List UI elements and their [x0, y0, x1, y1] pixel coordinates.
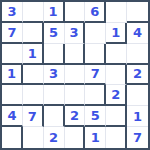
- cell-r3c1[interactable]: [2, 44, 23, 65]
- cell-r5c5[interactable]: [85, 85, 106, 106]
- cell-r5c6[interactable]: 2: [106, 85, 127, 106]
- given-digit: 2: [133, 67, 142, 80]
- given-digit: 5: [91, 109, 100, 122]
- given-digit: 1: [111, 26, 120, 39]
- cell-r3c2[interactable]: 1: [23, 44, 44, 65]
- cell-r3c7[interactable]: [127, 44, 148, 65]
- cell-r6c7[interactable]: 1: [127, 106, 148, 127]
- cell-r6c4[interactable]: 2: [65, 106, 86, 127]
- given-digit: 2: [49, 131, 58, 144]
- given-digit: 3: [7, 5, 16, 18]
- cell-r4c1[interactable]: 1: [2, 65, 23, 86]
- cell-r7c4[interactable]: [65, 127, 86, 148]
- given-digit: 3: [49, 67, 58, 80]
- cell-r7c1[interactable]: [2, 127, 23, 148]
- cell-r1c5[interactable]: 6: [85, 2, 106, 23]
- cell-r2c2[interactable]: [23, 23, 44, 44]
- given-digit: 6: [90, 5, 99, 18]
- given-digit: 7: [91, 67, 100, 80]
- cell-r7c3[interactable]: 2: [44, 127, 65, 148]
- given-digit: 3: [69, 26, 78, 39]
- cell-r6c6[interactable]: [106, 106, 127, 127]
- cell-r6c2[interactable]: 7: [23, 106, 44, 127]
- sudoku-board: 3167531411372247251217: [0, 0, 150, 150]
- cell-r2c1[interactable]: 7: [2, 23, 23, 44]
- cell-r2c6[interactable]: 1: [106, 23, 127, 44]
- cell-r2c3[interactable]: 5: [44, 23, 65, 44]
- cell-r1c3[interactable]: 1: [44, 2, 65, 23]
- cell-r2c4[interactable]: 3: [65, 23, 86, 44]
- cell-r5c7[interactable]: [127, 85, 148, 106]
- cell-r4c6[interactable]: [106, 65, 127, 86]
- cell-r1c2[interactable]: [23, 2, 44, 23]
- cell-r6c1[interactable]: 4: [2, 106, 23, 127]
- cell-r5c2[interactable]: [23, 85, 44, 106]
- cell-r5c3[interactable]: [44, 85, 65, 106]
- cell-r1c6[interactable]: [106, 2, 127, 23]
- cell-r4c4[interactable]: [65, 65, 86, 86]
- cell-r1c4[interactable]: [65, 2, 86, 23]
- given-digit: 2: [111, 88, 120, 101]
- cell-r3c3[interactable]: [44, 44, 65, 65]
- cell-r3c5[interactable]: [85, 44, 106, 65]
- cell-r1c1[interactable]: 3: [2, 2, 23, 23]
- given-digit: 1: [7, 67, 16, 80]
- given-digit: 1: [133, 110, 142, 123]
- given-digit: 1: [49, 5, 58, 18]
- cell-r7c5[interactable]: 1: [85, 127, 106, 148]
- given-digit: 7: [7, 26, 16, 39]
- given-digit: 1: [28, 47, 37, 60]
- given-digit: 4: [7, 109, 16, 122]
- cell-r4c3[interactable]: 3: [44, 65, 65, 86]
- given-digit: 7: [28, 110, 37, 123]
- given-digit: 2: [70, 109, 79, 122]
- cell-r7c7[interactable]: 7: [127, 127, 148, 148]
- cell-r4c7[interactable]: 2: [127, 65, 148, 86]
- cell-r7c6[interactable]: [106, 127, 127, 148]
- cell-r2c5[interactable]: [85, 23, 106, 44]
- given-digit: 1: [91, 131, 100, 144]
- cell-r3c6[interactable]: [106, 44, 127, 65]
- cell-r3c4[interactable]: [65, 44, 86, 65]
- cell-r4c5[interactable]: 7: [85, 65, 106, 86]
- cell-r1c7[interactable]: [127, 2, 148, 23]
- given-digit: 7: [133, 131, 142, 144]
- cell-r6c3[interactable]: [44, 106, 65, 127]
- cell-r4c2[interactable]: [23, 65, 44, 86]
- puzzle-screenshot: 3167531411372247251217: [0, 0, 150, 150]
- cell-r7c2[interactable]: [23, 127, 44, 148]
- cell-r5c1[interactable]: [2, 85, 23, 106]
- cell-r6c5[interactable]: 5: [85, 106, 106, 127]
- given-digit: 5: [49, 26, 58, 39]
- given-digit: 4: [133, 26, 142, 39]
- cell-r2c7[interactable]: 4: [127, 23, 148, 44]
- cell-r5c4[interactable]: [65, 85, 86, 106]
